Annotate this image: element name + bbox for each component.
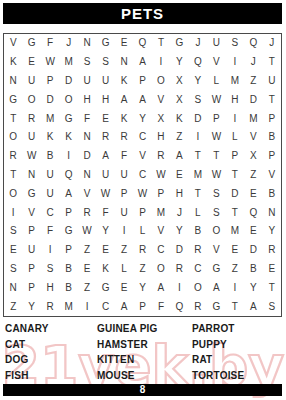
word-item-rat: RAT xyxy=(192,352,282,368)
grid-cell-r7c3[interactable]: B xyxy=(41,147,59,166)
grid-cell-r15c8[interactable]: P xyxy=(133,297,151,316)
grid-cell-r13c1[interactable]: S xyxy=(4,260,22,279)
grid-cell-r5c15[interactable]: P xyxy=(263,109,281,128)
grid-cell-r3c6[interactable]: U xyxy=(96,72,114,91)
grid-cell-r5c4[interactable]: G xyxy=(59,109,77,128)
grid-cell-r3c5[interactable]: U xyxy=(78,72,96,91)
grid-cell-r14c15[interactable]: T xyxy=(263,278,281,297)
puzzle-title: PETS xyxy=(121,5,164,22)
grid-cell-r12c14[interactable]: D xyxy=(244,241,262,260)
grid-cell-r1c5[interactable]: N xyxy=(78,34,96,53)
grid-cell-r1c12[interactable]: U xyxy=(207,34,225,53)
grid-cell-r9c9[interactable]: P xyxy=(152,184,170,203)
word-item-tortoise: TORTOISE xyxy=(192,368,282,384)
grid-cell-r10c5[interactable]: R xyxy=(78,203,96,222)
grid-cell-r9c14[interactable]: E xyxy=(244,184,262,203)
grid-cell-r13c9[interactable]: O xyxy=(152,260,170,279)
grid-cell-r13c14[interactable]: B xyxy=(244,260,262,279)
grid-cell-r8c15[interactable]: V xyxy=(263,166,281,185)
grid-cell-r15c2[interactable]: Y xyxy=(22,297,40,316)
grid-cell-r11c10[interactable]: Y xyxy=(170,222,188,241)
grid-cell-r10c6[interactable]: F xyxy=(96,203,114,222)
grid-cell-r2c12[interactable]: V xyxy=(207,53,225,72)
grid-cell-r9c13[interactable]: D xyxy=(226,184,244,203)
grid-cell-r8c1[interactable]: T xyxy=(4,166,22,185)
grid-cell-r10c7[interactable]: U xyxy=(115,203,133,222)
grid-cell-r14c13[interactable]: I xyxy=(226,278,244,297)
grid-cell-r15c14[interactable]: A xyxy=(244,297,262,316)
grid-cell-r10c4[interactable]: P xyxy=(59,203,77,222)
grid-cell-r14c9[interactable]: A xyxy=(152,278,170,297)
grid-cell-r7c2[interactable]: W xyxy=(22,147,40,166)
grid-cell-r5c10[interactable]: K xyxy=(170,109,188,128)
grid-cell-r15c9[interactable]: F xyxy=(152,297,170,316)
grid-cell-r7c11[interactable]: T xyxy=(189,147,207,166)
grid-cell-r6c9[interactable]: H xyxy=(152,128,170,147)
grid-cell-r10c15[interactable]: N xyxy=(263,203,281,222)
grid-cell-r13c6[interactable]: K xyxy=(96,260,114,279)
grid-cell-r13c10[interactable]: R xyxy=(170,260,188,279)
grid-cell-r4c5[interactable]: H xyxy=(78,90,96,109)
grid-cell-r9c5[interactable]: V xyxy=(78,184,96,203)
grid-cell-r12c4[interactable]: P xyxy=(59,241,77,260)
grid-cell-r6c3[interactable]: K xyxy=(41,128,59,147)
grid-cell-r5c8[interactable]: Y xyxy=(133,109,151,128)
grid-cell-r9c3[interactable]: U xyxy=(41,184,59,203)
word-list-column-3: PARROTPUPPYRATTORTOISE xyxy=(192,321,282,384)
grid-cell-r8c13[interactable]: T xyxy=(226,166,244,185)
grid-cell-r9c10[interactable]: H xyxy=(170,184,188,203)
grid-cell-r13c4[interactable]: B xyxy=(59,260,77,279)
grid-cell-r10c3[interactable]: C xyxy=(41,203,59,222)
grid-cell-r8c5[interactable]: N xyxy=(78,166,96,185)
grid-cell-r4c8[interactable]: A xyxy=(133,90,151,109)
grid-cell-r11c12[interactable]: O xyxy=(207,222,225,241)
grid-cell-r9c4[interactable]: A xyxy=(59,184,77,203)
grid-cell-r14c2[interactable]: P xyxy=(22,278,40,297)
grid-cell-r12c11[interactable]: R xyxy=(189,241,207,260)
word-item-kitten: KITTEN xyxy=(97,352,192,368)
grid-cell-r11c1[interactable]: S xyxy=(4,222,22,241)
grid-cell-r6c10[interactable]: Z xyxy=(170,128,188,147)
grid-cell-r2c3[interactable]: W xyxy=(41,53,59,72)
grid-cell-r1c15[interactable]: J xyxy=(263,34,281,53)
grid-cell-r2c6[interactable]: S xyxy=(96,53,114,72)
grid-cell-r15c6[interactable]: C xyxy=(96,297,114,316)
grid-cell-r2c9[interactable]: I xyxy=(152,53,170,72)
word-item-guinea-pig: GUINEA PIG xyxy=(97,321,192,337)
grid-cell-r5c9[interactable]: X xyxy=(152,109,170,128)
grid-cell-r15c15[interactable]: S xyxy=(263,297,281,316)
grid-cell-r4c3[interactable]: D xyxy=(41,90,59,109)
grid-cell-r4c15[interactable]: T xyxy=(263,90,281,109)
grid-cell-r12c10[interactable]: D xyxy=(170,241,188,260)
grid-cell-r3c8[interactable]: P xyxy=(133,72,151,91)
grid-cell-r4c9[interactable]: V xyxy=(152,90,170,109)
grid-cell-r3c15[interactable]: U xyxy=(263,72,281,91)
grid-cell-r5c14[interactable]: M xyxy=(244,109,262,128)
grid-cell-r11c11[interactable]: B xyxy=(189,222,207,241)
grid-cell-r14c5[interactable]: Z xyxy=(78,278,96,297)
grid-cell-r13c5[interactable]: E xyxy=(78,260,96,279)
grid-cell-r6c7[interactable]: R xyxy=(115,128,133,147)
grid-cell-r13c11[interactable]: C xyxy=(189,260,207,279)
grid-cell-r4c14[interactable]: D xyxy=(244,90,262,109)
grid-cell-r4c7[interactable]: A xyxy=(115,90,133,109)
grid-cell-r11c4[interactable]: G xyxy=(59,222,77,241)
grid-cell-r7c1[interactable]: R xyxy=(4,147,22,166)
grid-cell-r9c12[interactable]: S xyxy=(207,184,225,203)
grid-cell-r6c4[interactable]: K xyxy=(59,128,77,147)
grid-cell-r15c12[interactable]: G xyxy=(207,297,225,316)
grid-cell-r10c10[interactable]: J xyxy=(170,203,188,222)
grid-cell-r11c2[interactable]: P xyxy=(22,222,40,241)
grid-cell-r2c1[interactable]: K xyxy=(4,53,22,72)
grid-cell-r9c15[interactable]: B xyxy=(263,184,281,203)
grid-cell-r14c1[interactable]: N xyxy=(4,278,22,297)
grid-cell-r7c7[interactable]: F xyxy=(115,147,133,166)
grid-cell-r3c1[interactable]: N xyxy=(4,72,22,91)
grid-cell-r6c1[interactable]: O xyxy=(4,128,22,147)
grid-cell-r11c15[interactable]: Y xyxy=(263,222,281,241)
grid-cell-r3c12[interactable]: L xyxy=(207,72,225,91)
word-item-hamster: HAMSTER xyxy=(97,337,192,353)
grid-cell-r14c8[interactable]: Y xyxy=(133,278,151,297)
grid-cell-r8c6[interactable]: U xyxy=(96,166,114,185)
grid-cell-r13c2[interactable]: P xyxy=(22,260,40,279)
grid-cell-r13c7[interactable]: L xyxy=(115,260,133,279)
grid-cell-r7c4[interactable]: I xyxy=(59,147,77,166)
grid-cell-r6c6[interactable]: R xyxy=(96,128,114,147)
grid-cell-r1c13[interactable]: S xyxy=(226,34,244,53)
grid-cell-r5c7[interactable]: K xyxy=(115,109,133,128)
grid-cell-r15c1[interactable]: Z xyxy=(4,297,22,316)
grid-cell-r7c15[interactable]: P xyxy=(263,147,281,166)
grid-cell-r10c8[interactable]: P xyxy=(133,203,151,222)
grid-cell-r2c7[interactable]: N xyxy=(115,53,133,72)
grid-cell-r12c6[interactable]: E xyxy=(96,241,114,260)
grid-cell-r15c10[interactable]: Q xyxy=(170,297,188,316)
grid-cell-r3c14[interactable]: Z xyxy=(244,72,262,91)
grid-cell-r6c11[interactable]: I xyxy=(189,128,207,147)
grid-cell-r11c5[interactable]: W xyxy=(78,222,96,241)
grid-cell-r2c15[interactable]: T xyxy=(263,53,281,72)
grid-cell-r10c2[interactable]: V xyxy=(22,203,40,222)
grid-cell-r12c7[interactable]: Z xyxy=(115,241,133,260)
grid-cell-r8c9[interactable]: W xyxy=(152,166,170,185)
grid-cell-r1c10[interactable]: G xyxy=(170,34,188,53)
grid-cell-r2c11[interactable]: Q xyxy=(189,53,207,72)
word-list-column-2: GUINEA PIGHAMSTERKITTENMOUSE xyxy=(97,321,192,384)
grid-cell-r8c3[interactable]: U xyxy=(41,166,59,185)
grid-cell-r12c15[interactable]: R xyxy=(263,241,281,260)
grid-cell-r7c9[interactable]: R xyxy=(152,147,170,166)
puzzle-title-bar: PETS xyxy=(3,3,282,24)
grid-cell-r1c6[interactable]: G xyxy=(96,34,114,53)
word-item-dog: DOG xyxy=(5,352,97,368)
grid-cell-r8c10[interactable]: E xyxy=(170,166,188,185)
grid-cell-r1c2[interactable]: G xyxy=(22,34,40,53)
grid-cell-r7c10[interactable]: A xyxy=(170,147,188,166)
grid-cell-r2c2[interactable]: E xyxy=(22,53,40,72)
word-item-mouse: MOUSE xyxy=(97,368,192,384)
grid-cell-r14c14[interactable]: Y xyxy=(244,278,262,297)
grid-cell-r7c5[interactable]: D xyxy=(78,147,96,166)
grid-cell-r3c2[interactable]: U xyxy=(22,72,40,91)
grid-cell-r7c14[interactable]: X xyxy=(244,147,262,166)
grid-cell-r15c5[interactable]: I xyxy=(78,297,96,316)
grid-cell-r8c12[interactable]: W xyxy=(207,166,225,185)
grid-cell-r7c13[interactable]: P xyxy=(226,147,244,166)
grid-cell-r3c10[interactable]: X xyxy=(170,72,188,91)
grid-cell-r13c12[interactable]: G xyxy=(207,260,225,279)
grid-cell-r4c12[interactable]: W xyxy=(207,90,225,109)
grid-cell-r2c4[interactable]: M xyxy=(59,53,77,72)
grid-cell-r2c5[interactable]: S xyxy=(78,53,96,72)
grid-cell-r3c11[interactable]: Y xyxy=(189,72,207,91)
grid-cell-r6c2[interactable]: U xyxy=(22,128,40,147)
grid-cell-r6c5[interactable]: N xyxy=(78,128,96,147)
grid-cell-r3c13[interactable]: M xyxy=(226,72,244,91)
grid-cell-r5c13[interactable]: I xyxy=(226,109,244,128)
grid-cell-r6c8[interactable]: C xyxy=(133,128,151,147)
grid-cell-r1c3[interactable]: F xyxy=(41,34,59,53)
grid-cell-r4c1[interactable]: G xyxy=(4,90,22,109)
grid-cell-r1c14[interactable]: Q xyxy=(244,34,262,53)
grid-cell-r5c11[interactable]: D xyxy=(189,109,207,128)
grid-cell-r9c1[interactable]: O xyxy=(4,184,22,203)
grid-cell-r13c3[interactable]: S xyxy=(41,260,59,279)
grid-cell-r12c8[interactable]: R xyxy=(133,241,151,260)
grid-cell-r10c9[interactable]: M xyxy=(152,203,170,222)
grid-cell-r15c13[interactable]: T xyxy=(226,297,244,316)
grid-cell-r12c3[interactable]: I xyxy=(41,241,59,260)
word-search-grid: VGFJNGEQTGJUSQJKEWMSSNAIYQVIJTNUPDUUKPOX… xyxy=(3,33,282,317)
grid-cell-r11c13[interactable]: M xyxy=(226,222,244,241)
grid-cell-r6c13[interactable]: L xyxy=(226,128,244,147)
word-list-column-1: CANARYCATDOGFISH xyxy=(5,321,97,384)
grid-cell-r8c11[interactable]: M xyxy=(189,166,207,185)
grid-cell-r4c2[interactable]: O xyxy=(22,90,40,109)
grid-cell-r14c3[interactable]: H xyxy=(41,278,59,297)
word-item-cat: CAT xyxy=(5,337,97,353)
grid-cell-r2c13[interactable]: I xyxy=(226,53,244,72)
page-number-bar: 8 xyxy=(3,384,282,396)
grid-cell-r1c4[interactable]: J xyxy=(59,34,77,53)
grid-cell-r15c4[interactable]: M xyxy=(59,297,77,316)
grid-cell-r6c14[interactable]: V xyxy=(244,128,262,147)
grid-cell-r11c6[interactable]: Y xyxy=(96,222,114,241)
grid-cell-r11c7[interactable]: I xyxy=(115,222,133,241)
grid-cell-r13c15[interactable]: E xyxy=(263,260,281,279)
grid-cell-r10c13[interactable]: T xyxy=(226,203,244,222)
grid-cell-r2c10[interactable]: Y xyxy=(170,53,188,72)
grid-cell-r8c4[interactable]: Q xyxy=(59,166,77,185)
grid-cell-r14c6[interactable]: G xyxy=(96,278,114,297)
word-search-page: PETS VGFJNGEQTGJUSQJKEWMSSNAIYQVIJTNUPDU… xyxy=(0,0,286,400)
grid-cell-r5c12[interactable]: P xyxy=(207,109,225,128)
grid-cell-r1c8[interactable]: Q xyxy=(133,34,151,53)
grid-cell-r1c9[interactable]: T xyxy=(152,34,170,53)
grid-cell-r3c4[interactable]: D xyxy=(59,72,77,91)
grid-cell-r4c13[interactable]: H xyxy=(226,90,244,109)
grid-cell-r14c12[interactable]: A xyxy=(207,278,225,297)
grid-cell-r7c6[interactable]: A xyxy=(96,147,114,166)
grid-cell-r12c5[interactable]: Z xyxy=(78,241,96,260)
grid-cell-r14c4[interactable]: B xyxy=(59,278,77,297)
grid-cell-r4c11[interactable]: S xyxy=(189,90,207,109)
grid-cell-r12c12[interactable]: V xyxy=(207,241,225,260)
grid-cell-r7c8[interactable]: V xyxy=(133,147,151,166)
grid-cell-r8c8[interactable]: C xyxy=(133,166,151,185)
page-number: 8 xyxy=(140,384,146,396)
grid-cell-r12c13[interactable]: E xyxy=(226,241,244,260)
grid-cell-r11c9[interactable]: V xyxy=(152,222,170,241)
grid-cell-r5c1[interactable]: T xyxy=(4,109,22,128)
grid-cell-r11c14[interactable]: E xyxy=(244,222,262,241)
grid-cell-r6c12[interactable]: W xyxy=(207,128,225,147)
grid-cell-r10c1[interactable]: I xyxy=(4,203,22,222)
grid-cell-r12c2[interactable]: U xyxy=(22,241,40,260)
grid-cell-r4c10[interactable]: X xyxy=(170,90,188,109)
word-item-fish: FISH xyxy=(5,368,97,384)
word-item-canary: CANARY xyxy=(5,321,97,337)
grid-cell-r9c2[interactable]: G xyxy=(22,184,40,203)
grid-cell-r14c10[interactable]: I xyxy=(170,278,188,297)
grid-cell-r1c7[interactable]: E xyxy=(115,34,133,53)
grid-cell-r15c11[interactable]: R xyxy=(189,297,207,316)
grid-cell-r8c14[interactable]: Z xyxy=(244,166,262,185)
grid-cell-r9c8[interactable]: W xyxy=(133,184,151,203)
grid-cell-r4c4[interactable]: O xyxy=(59,90,77,109)
grid-cell-r11c3[interactable]: F xyxy=(41,222,59,241)
grid-cell-r14c11[interactable]: O xyxy=(189,278,207,297)
grid-cell-r8c2[interactable]: N xyxy=(22,166,40,185)
grid-cell-r8c7[interactable]: U xyxy=(115,166,133,185)
grid-cell-r14c7[interactable]: E xyxy=(115,278,133,297)
grid-cell-r9c6[interactable]: W xyxy=(96,184,114,203)
word-item-puppy: PUPPY xyxy=(192,337,282,353)
grid-cell-r5c6[interactable]: E xyxy=(96,109,114,128)
grid-cell-r1c11[interactable]: J xyxy=(189,34,207,53)
grid-cell-r10c11[interactable]: L xyxy=(189,203,207,222)
grid-cell-r3c7[interactable]: K xyxy=(115,72,133,91)
grid-cell-r11c8[interactable]: L xyxy=(133,222,151,241)
grid-cell-r15c3[interactable]: R xyxy=(41,297,59,316)
grid-cell-r13c8[interactable]: Z xyxy=(133,260,151,279)
grid-cell-r10c14[interactable]: Q xyxy=(244,203,262,222)
grid-cell-r12c9[interactable]: C xyxy=(152,241,170,260)
grid-cell-r13c13[interactable]: Z xyxy=(226,260,244,279)
word-list: CANARYCATDOGFISHGUINEA PIGHAMSTERKITTENM… xyxy=(5,321,282,384)
grid-cell-r9c7[interactable]: P xyxy=(115,184,133,203)
grid-cell-r2c8[interactable]: A xyxy=(133,53,151,72)
grid-cell-r15c7[interactable]: A xyxy=(115,297,133,316)
grid-cell-r3c3[interactable]: P xyxy=(41,72,59,91)
grid-cell-r5c5[interactable]: F xyxy=(78,109,96,128)
grid-cell-r1c1[interactable]: V xyxy=(4,34,22,53)
grid-cell-r4c6[interactable]: H xyxy=(96,90,114,109)
grid-cell-r12c1[interactable]: E xyxy=(4,241,22,260)
grid-cell-r5c3[interactable]: M xyxy=(41,109,59,128)
grid-cell-r6c15[interactable]: B xyxy=(263,128,281,147)
grid-cell-r2c14[interactable]: J xyxy=(244,53,262,72)
grid-cell-r9c11[interactable]: T xyxy=(189,184,207,203)
grid-cell-r5c2[interactable]: R xyxy=(22,109,40,128)
grid-cell-r3c9[interactable]: O xyxy=(152,72,170,91)
grid-cell-r10c12[interactable]: S xyxy=(207,203,225,222)
word-item-parrot: PARROT xyxy=(192,321,282,337)
grid-cell-r7c12[interactable]: T xyxy=(207,147,225,166)
